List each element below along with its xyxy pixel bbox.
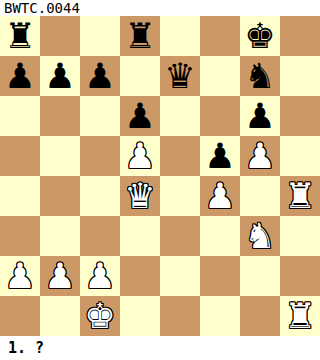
white-pawn[interactable]: ♟ — [244, 136, 275, 176]
black-pawn[interactable]: ♟ — [204, 136, 235, 176]
white-rook[interactable]: ♜ — [284, 296, 315, 336]
square-a8[interactable]: ♜ — [0, 16, 40, 56]
square-h5[interactable] — [280, 136, 320, 176]
square-a6[interactable] — [0, 96, 40, 136]
square-f3[interactable] — [200, 216, 240, 256]
square-f6[interactable] — [200, 96, 240, 136]
square-d1[interactable] — [120, 296, 160, 336]
black-pawn[interactable]: ♟ — [4, 56, 35, 96]
square-g7[interactable]: ♞ — [240, 56, 280, 96]
square-f2[interactable] — [200, 256, 240, 296]
square-g8[interactable]: ♚ — [240, 16, 280, 56]
square-e1[interactable] — [160, 296, 200, 336]
square-f4[interactable]: ♟ — [200, 176, 240, 216]
square-f5[interactable]: ♟ — [200, 136, 240, 176]
white-pawn[interactable]: ♟ — [204, 176, 235, 216]
square-b1[interactable] — [40, 296, 80, 336]
square-b2[interactable]: ♟ — [40, 256, 80, 296]
square-h1[interactable]: ♜ — [280, 296, 320, 336]
black-pawn[interactable]: ♟ — [244, 96, 275, 136]
square-c2[interactable]: ♟ — [80, 256, 120, 296]
square-b8[interactable] — [40, 16, 80, 56]
square-d8[interactable]: ♜ — [120, 16, 160, 56]
black-pawn[interactable]: ♟ — [124, 96, 155, 136]
square-c7[interactable]: ♟ — [80, 56, 120, 96]
square-g3[interactable]: ♞ — [240, 216, 280, 256]
square-d4[interactable]: ♛ — [120, 176, 160, 216]
chess-board: ♜♜♚♟♟♟♛♞♟♟♟♟♟♛♟♜♞♟♟♟♚♜ — [0, 16, 320, 336]
square-h4[interactable]: ♜ — [280, 176, 320, 216]
square-d2[interactable] — [120, 256, 160, 296]
square-a1[interactable] — [0, 296, 40, 336]
square-h2[interactable] — [280, 256, 320, 296]
square-a5[interactable] — [0, 136, 40, 176]
square-b7[interactable]: ♟ — [40, 56, 80, 96]
square-f8[interactable] — [200, 16, 240, 56]
square-d7[interactable] — [120, 56, 160, 96]
square-e4[interactable] — [160, 176, 200, 216]
square-c4[interactable] — [80, 176, 120, 216]
square-e3[interactable] — [160, 216, 200, 256]
square-e5[interactable] — [160, 136, 200, 176]
square-g5[interactable]: ♟ — [240, 136, 280, 176]
square-c3[interactable] — [80, 216, 120, 256]
black-queen[interactable]: ♛ — [164, 56, 195, 96]
square-e8[interactable] — [160, 16, 200, 56]
white-pawn[interactable]: ♟ — [4, 256, 35, 296]
white-rook[interactable]: ♜ — [284, 176, 315, 216]
square-d5[interactable]: ♟ — [120, 136, 160, 176]
square-f1[interactable] — [200, 296, 240, 336]
square-a3[interactable] — [0, 216, 40, 256]
square-h7[interactable] — [280, 56, 320, 96]
chess-puzzle-app: BWTC.0044 ♜♜♚♟♟♟♛♞♟♟♟♟♟♛♟♜♞♟♟♟♚♜ 1. ? — [0, 0, 320, 360]
square-h3[interactable] — [280, 216, 320, 256]
square-f7[interactable] — [200, 56, 240, 96]
white-knight[interactable]: ♞ — [244, 216, 275, 256]
puzzle-title: BWTC.0044 — [0, 0, 320, 16]
square-g1[interactable] — [240, 296, 280, 336]
square-c8[interactable] — [80, 16, 120, 56]
move-prompt: 1. ? — [0, 336, 320, 360]
white-pawn[interactable]: ♟ — [124, 136, 155, 176]
square-d6[interactable]: ♟ — [120, 96, 160, 136]
black-knight[interactable]: ♞ — [244, 56, 275, 96]
black-pawn[interactable]: ♟ — [84, 56, 115, 96]
square-g2[interactable] — [240, 256, 280, 296]
square-h6[interactable] — [280, 96, 320, 136]
white-pawn[interactable]: ♟ — [84, 256, 115, 296]
white-king[interactable]: ♚ — [84, 296, 115, 336]
square-b6[interactable] — [40, 96, 80, 136]
square-d3[interactable] — [120, 216, 160, 256]
square-b3[interactable] — [40, 216, 80, 256]
black-rook[interactable]: ♜ — [4, 16, 35, 56]
square-e6[interactable] — [160, 96, 200, 136]
square-a2[interactable]: ♟ — [0, 256, 40, 296]
black-king[interactable]: ♚ — [244, 16, 275, 56]
square-b4[interactable] — [40, 176, 80, 216]
black-pawn[interactable]: ♟ — [44, 56, 75, 96]
square-c5[interactable] — [80, 136, 120, 176]
square-c6[interactable] — [80, 96, 120, 136]
square-g4[interactable] — [240, 176, 280, 216]
square-g6[interactable]: ♟ — [240, 96, 280, 136]
square-b5[interactable] — [40, 136, 80, 176]
white-pawn[interactable]: ♟ — [44, 256, 75, 296]
black-rook[interactable]: ♜ — [124, 16, 155, 56]
square-e7[interactable]: ♛ — [160, 56, 200, 96]
white-queen[interactable]: ♛ — [124, 176, 155, 216]
square-h8[interactable] — [280, 16, 320, 56]
square-a4[interactable] — [0, 176, 40, 216]
square-e2[interactable] — [160, 256, 200, 296]
square-c1[interactable]: ♚ — [80, 296, 120, 336]
square-a7[interactable]: ♟ — [0, 56, 40, 96]
